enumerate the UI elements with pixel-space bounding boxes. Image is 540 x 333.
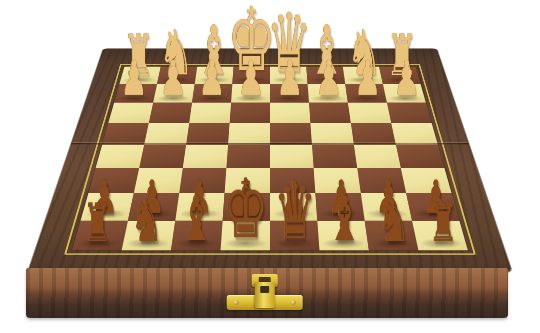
piece-black-bishop: ♝ [179, 188, 213, 250]
piece-white-pawn: ♟ [393, 54, 420, 102]
square-c4 [310, 123, 353, 145]
piece-black-rook: ♜ [82, 197, 111, 249]
square-f3 [189, 103, 231, 123]
square-g3 [149, 103, 192, 123]
square-e3 [230, 103, 270, 123]
square-e8: ♚ [221, 220, 270, 250]
piece-white-pawn: ♟ [237, 54, 264, 102]
square-h8: ♜ [72, 220, 128, 250]
square-h3 [108, 103, 153, 123]
square-f4 [186, 123, 229, 145]
square-c2: ♟ [308, 84, 348, 103]
clasp-screw-icon [291, 300, 296, 305]
square-e4 [228, 123, 270, 145]
square-c3 [309, 103, 351, 123]
square-f8: ♝ [171, 220, 223, 250]
piece-black-knight: ♞ [130, 192, 162, 250]
square-a5 [396, 145, 445, 168]
chess-set-product-photo: ♜♞♝♚♛♝♞♜♟♟♟♟♟♟♟♟♟♟♟♟♟♟♟♟♜♞♝♚♛♝♞♜ [0, 0, 540, 333]
clasp-hasp [255, 282, 275, 308]
clasp-screw-icon [234, 300, 239, 305]
square-c5 [312, 145, 357, 168]
square-a2: ♟ [383, 84, 426, 103]
square-h5 [96, 145, 145, 168]
square-d8: ♛ [270, 220, 319, 250]
square-d3 [270, 103, 310, 123]
square-a4 [391, 123, 438, 145]
board-front-edge [26, 268, 508, 318]
square-e2: ♟ [231, 84, 270, 103]
piece-white-pawn: ♟ [198, 54, 225, 102]
piece-black-king: ♚ [223, 168, 268, 249]
piece-black-rook: ♜ [428, 197, 457, 249]
square-b5 [354, 145, 401, 168]
square-b8: ♞ [365, 220, 419, 250]
square-a8: ♜ [412, 220, 468, 250]
square-d4 [270, 123, 312, 145]
piece-black-bishop: ♝ [327, 188, 361, 250]
square-f5 [183, 145, 228, 168]
piece-white-pawn: ♟ [354, 54, 381, 102]
square-d5 [270, 145, 314, 168]
square-h4 [102, 123, 149, 145]
square-g2: ♟ [153, 84, 195, 103]
brass-clasp-icon [227, 274, 303, 314]
squares-grid: ♜♞♝♚♛♝♞♜♟♟♟♟♟♟♟♟♟♟♟♟♟♟♟♟♜♞♝♚♛♝♞♜ [72, 67, 468, 251]
square-b2: ♟ [345, 84, 387, 103]
square-h2: ♟ [114, 84, 157, 103]
square-b4 [351, 123, 396, 145]
piece-white-pawn: ♟ [276, 54, 303, 102]
chessboard: ♜♞♝♚♛♝♞♜♟♟♟♟♟♟♟♟♟♟♟♟♟♟♟♟♜♞♝♚♛♝♞♜ [28, 49, 512, 272]
piece-white-pawn: ♟ [315, 54, 342, 102]
square-g8: ♞ [122, 220, 176, 250]
piece-white-pawn: ♟ [159, 54, 186, 102]
piece-black-knight: ♞ [377, 192, 409, 250]
piece-white-pawn: ♟ [120, 54, 147, 102]
square-c8: ♝ [317, 220, 369, 250]
square-a3 [387, 103, 432, 123]
square-d2: ♟ [270, 84, 309, 103]
square-g4 [144, 123, 189, 145]
square-g5 [139, 145, 186, 168]
square-b3 [348, 103, 391, 123]
square-f2: ♟ [192, 84, 232, 103]
board-fold-seam [71, 143, 469, 145]
piece-black-queen: ♛ [274, 174, 316, 250]
